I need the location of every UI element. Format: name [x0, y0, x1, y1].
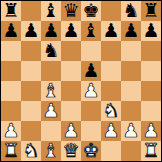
square-g8[interactable]: ♞	[121, 1, 141, 21]
square-d8[interactable]: ♛	[61, 1, 81, 21]
black-rook[interactable]: ♜	[2, 1, 19, 20]
square-c6[interactable]: ♞	[41, 41, 61, 61]
square-b1[interactable]: ♞	[21, 141, 41, 161]
square-h5[interactable]	[141, 61, 161, 81]
square-c1[interactable]: ♝	[41, 141, 61, 161]
white-pawn[interactable]: ♟	[82, 81, 99, 100]
square-b2[interactable]	[21, 121, 41, 141]
white-rook[interactable]: ♜	[2, 141, 19, 160]
black-pawn[interactable]: ♟	[102, 21, 119, 40]
square-c5[interactable]	[41, 61, 61, 81]
white-bishop[interactable]: ♝	[42, 141, 59, 160]
square-b8[interactable]	[21, 1, 41, 21]
white-pawn[interactable]: ♟	[42, 101, 59, 120]
square-b7[interactable]: ♟	[21, 21, 41, 41]
black-bishop[interactable]: ♝	[42, 1, 59, 20]
square-h2[interactable]: ♟	[141, 121, 161, 141]
square-e5[interactable]: ♟	[81, 61, 101, 81]
square-g1[interactable]	[121, 141, 141, 161]
square-c3[interactable]: ♟	[41, 101, 61, 121]
square-a6[interactable]	[1, 41, 21, 61]
black-pawn[interactable]: ♟	[122, 21, 139, 40]
square-c7[interactable]: ♟	[41, 21, 61, 41]
black-pawn[interactable]: ♟	[142, 21, 159, 40]
square-h6[interactable]	[141, 41, 161, 61]
square-h4[interactable]	[141, 81, 161, 101]
square-g7[interactable]: ♟	[121, 21, 141, 41]
square-g4[interactable]	[121, 81, 141, 101]
square-a5[interactable]	[1, 61, 21, 81]
white-knight[interactable]: ♞	[102, 101, 119, 120]
square-e4[interactable]: ♟	[81, 81, 101, 101]
square-g3[interactable]	[121, 101, 141, 121]
square-f8[interactable]	[101, 1, 121, 21]
black-pawn[interactable]: ♟	[82, 61, 99, 80]
white-bishop[interactable]: ♝	[42, 81, 59, 100]
black-knight[interactable]: ♞	[122, 1, 139, 20]
square-e3[interactable]	[81, 101, 101, 121]
square-d4[interactable]	[61, 81, 81, 101]
square-c2[interactable]	[41, 121, 61, 141]
square-d3[interactable]	[61, 101, 81, 121]
square-a8[interactable]: ♜	[1, 1, 21, 21]
square-a2[interactable]: ♟	[1, 121, 21, 141]
square-b5[interactable]	[21, 61, 41, 81]
square-c8[interactable]: ♝	[41, 1, 61, 21]
square-f1[interactable]	[101, 141, 121, 161]
square-e8[interactable]: ♚	[81, 1, 101, 21]
square-g2[interactable]: ♟	[121, 121, 141, 141]
black-rook[interactable]: ♜	[142, 1, 159, 20]
white-queen[interactable]: ♛	[62, 141, 79, 160]
black-pawn[interactable]: ♟	[2, 21, 19, 40]
white-pawn[interactable]: ♟	[62, 121, 79, 140]
white-knight[interactable]: ♞	[22, 141, 39, 160]
square-a7[interactable]: ♟	[1, 21, 21, 41]
square-d5[interactable]	[61, 61, 81, 81]
black-pawn[interactable]: ♟	[22, 21, 39, 40]
white-pawn[interactable]: ♟	[122, 121, 139, 140]
black-king[interactable]: ♚	[82, 1, 99, 20]
square-f5[interactable]	[101, 61, 121, 81]
square-f3[interactable]: ♞	[101, 101, 121, 121]
square-d1[interactable]: ♛	[61, 141, 81, 161]
square-d6[interactable]	[61, 41, 81, 61]
square-h1[interactable]: ♜	[141, 141, 161, 161]
square-e6[interactable]	[81, 41, 101, 61]
black-pawn[interactable]: ♟	[62, 21, 79, 40]
black-knight[interactable]: ♞	[42, 41, 59, 60]
square-b4[interactable]	[21, 81, 41, 101]
white-pawn[interactable]: ♟	[142, 121, 159, 140]
square-a1[interactable]: ♜	[1, 141, 21, 161]
black-queen[interactable]: ♛	[62, 1, 79, 20]
square-g6[interactable]	[121, 41, 141, 61]
square-b3[interactable]	[21, 101, 41, 121]
black-pawn[interactable]: ♟	[42, 21, 59, 40]
chess-board: ♜♝♛♚♞♜♟♟♟♟♝♟♟♟♞♟♝♟♟♞♟♟♟♟♟♜♞♝♛♚♜	[0, 0, 162, 162]
square-h3[interactable]	[141, 101, 161, 121]
white-rook[interactable]: ♜	[142, 141, 159, 160]
square-d2[interactable]: ♟	[61, 121, 81, 141]
square-f2[interactable]: ♟	[101, 121, 121, 141]
square-g5[interactable]	[121, 61, 141, 81]
square-a3[interactable]	[1, 101, 21, 121]
square-f4[interactable]	[101, 81, 121, 101]
square-c4[interactable]: ♝	[41, 81, 61, 101]
square-d7[interactable]: ♟	[61, 21, 81, 41]
square-h7[interactable]: ♟	[141, 21, 161, 41]
square-f6[interactable]	[101, 41, 121, 61]
white-pawn[interactable]: ♟	[2, 121, 19, 140]
white-pawn[interactable]: ♟	[102, 121, 119, 140]
square-a4[interactable]	[1, 81, 21, 101]
square-h8[interactable]: ♜	[141, 1, 161, 21]
square-f7[interactable]: ♟	[101, 21, 121, 41]
square-e1[interactable]: ♚	[81, 141, 101, 161]
square-b6[interactable]	[21, 41, 41, 61]
square-e2[interactable]	[81, 121, 101, 141]
white-king[interactable]: ♚	[82, 141, 99, 160]
black-bishop[interactable]: ♝	[82, 21, 99, 40]
square-e7[interactable]: ♝	[81, 21, 101, 41]
